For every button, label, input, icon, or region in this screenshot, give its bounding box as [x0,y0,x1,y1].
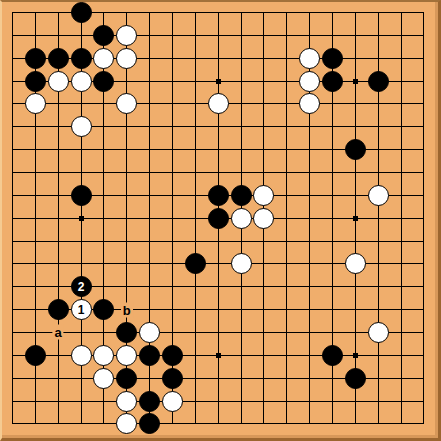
intersection [47,115,70,138]
intersection [24,252,47,275]
intersection [230,390,253,413]
intersection [115,184,138,207]
intersection [252,412,275,435]
intersection [184,161,207,184]
intersection [207,47,230,70]
intersection [115,1,138,24]
intersection [275,115,298,138]
intersection [70,184,93,207]
intersection [138,412,161,435]
intersection [367,92,390,115]
intersection [161,298,184,321]
intersection [367,207,390,230]
intersection [344,115,367,138]
intersection [70,24,93,47]
intersection [390,184,413,207]
intersection [115,115,138,138]
black-stone [93,71,114,92]
intersection [115,47,138,70]
intersection [207,321,230,344]
intersection [138,367,161,390]
intersection [207,298,230,321]
intersection [230,70,253,93]
intersection [115,207,138,230]
intersection [207,115,230,138]
intersection [24,390,47,413]
intersection [367,24,390,47]
intersection [47,24,70,47]
intersection [92,115,115,138]
intersection [252,367,275,390]
intersection [252,298,275,321]
intersection [1,70,24,93]
white-stone [299,48,320,69]
intersection [321,47,344,70]
intersection [367,1,390,24]
intersection [70,321,93,344]
intersection [184,138,207,161]
intersection [184,412,207,435]
intersection [92,344,115,367]
intersection [275,412,298,435]
intersection [207,24,230,47]
intersection [1,252,24,275]
black-stone [185,253,206,274]
intersection [390,344,413,367]
white-stone [299,93,320,114]
intersection [367,344,390,367]
intersection: b [115,298,138,321]
black-stone [208,185,229,206]
intersection [70,161,93,184]
intersection [298,115,321,138]
intersection [1,24,24,47]
black-stone [162,345,183,366]
intersection [412,1,435,24]
star-point [79,216,84,221]
intersection [298,321,321,344]
intersection [115,412,138,435]
intersection [1,161,24,184]
intersection [390,321,413,344]
black-stone [345,368,366,389]
intersection [252,321,275,344]
intersection [412,275,435,298]
intersection [92,275,115,298]
intersection [412,390,435,413]
intersection [184,184,207,207]
intersection [275,1,298,24]
intersection [138,24,161,47]
black-stone [345,139,366,160]
intersection [207,70,230,93]
intersection [344,47,367,70]
intersection [275,367,298,390]
intersection [184,47,207,70]
intersection [1,47,24,70]
intersection [252,390,275,413]
intersection [184,298,207,321]
intersection [390,47,413,70]
intersection [161,24,184,47]
intersection [184,92,207,115]
intersection [161,47,184,70]
intersection [24,115,47,138]
black-stone [71,48,92,69]
intersection [230,321,253,344]
intersection [344,92,367,115]
intersection [184,115,207,138]
intersection [161,70,184,93]
intersection [161,92,184,115]
intersection [275,24,298,47]
intersection [412,252,435,275]
intersection [390,92,413,115]
intersection [207,275,230,298]
intersection [24,230,47,253]
intersection [115,24,138,47]
intersection [275,344,298,367]
intersection [344,390,367,413]
intersection [161,412,184,435]
intersection [412,230,435,253]
intersection [298,412,321,435]
intersection [138,92,161,115]
intersection [367,184,390,207]
intersection [275,161,298,184]
intersection [344,344,367,367]
intersection [321,70,344,93]
intersection [321,298,344,321]
intersection [161,344,184,367]
intersection [92,367,115,390]
intersection [92,24,115,47]
intersection [138,184,161,207]
intersection [24,161,47,184]
intersection [24,184,47,207]
intersection [367,115,390,138]
intersection [92,230,115,253]
black-stone [139,345,160,366]
intersection [230,24,253,47]
intersection [207,412,230,435]
intersection [298,344,321,367]
intersection [230,138,253,161]
intersection [412,367,435,390]
intersection [344,1,367,24]
intersection [70,252,93,275]
black-stone [368,71,389,92]
intersection [321,275,344,298]
intersection [47,344,70,367]
intersection [390,70,413,93]
white-stone [253,208,274,229]
white-stone [116,391,137,412]
intersection [24,1,47,24]
white-stone [93,368,114,389]
intersection [24,92,47,115]
intersection [367,230,390,253]
intersection [115,390,138,413]
intersection [207,184,230,207]
intersection [275,138,298,161]
intersection [344,207,367,230]
intersection [138,390,161,413]
intersection [138,138,161,161]
intersection [344,24,367,47]
intersection [275,92,298,115]
white-stone [116,93,137,114]
intersection [92,390,115,413]
intersection [252,252,275,275]
intersection [321,24,344,47]
intersection [24,47,47,70]
intersection [92,1,115,24]
board-grid: 21ba [1,1,435,435]
intersection [275,321,298,344]
intersection [275,390,298,413]
intersection [1,115,24,138]
intersection [207,344,230,367]
intersection [412,161,435,184]
intersection [230,115,253,138]
intersection [47,207,70,230]
white-stone [253,185,274,206]
intersection [92,321,115,344]
intersection [298,1,321,24]
intersection [47,390,70,413]
black-stone [71,2,92,23]
star-point [216,353,221,358]
intersection [344,412,367,435]
intersection [275,275,298,298]
intersection [230,161,253,184]
intersection [298,207,321,230]
intersection [367,70,390,93]
white-stone [71,71,92,92]
intersection [184,344,207,367]
intersection [138,207,161,230]
intersection [161,321,184,344]
black-stone [208,208,229,229]
intersection [275,70,298,93]
intersection [24,24,47,47]
intersection [92,207,115,230]
intersection [184,275,207,298]
intersection [390,207,413,230]
intersection [115,275,138,298]
intersection [184,1,207,24]
intersection [321,367,344,390]
intersection [298,252,321,275]
intersection [47,252,70,275]
intersection [252,184,275,207]
intersection [115,92,138,115]
intersection [230,298,253,321]
intersection [412,321,435,344]
intersection [47,47,70,70]
intersection [230,367,253,390]
intersection [47,298,70,321]
intersection [1,138,24,161]
intersection [390,412,413,435]
intersection [321,344,344,367]
intersection [47,275,70,298]
intersection [1,412,24,435]
intersection [47,92,70,115]
intersection [1,321,24,344]
intersection [298,92,321,115]
intersection [184,70,207,93]
intersection [24,298,47,321]
white-stone [71,345,92,366]
intersection [390,24,413,47]
intersection [367,252,390,275]
intersection [321,138,344,161]
intersection [207,207,230,230]
intersection [367,47,390,70]
intersection [252,344,275,367]
intersection [47,161,70,184]
white-stone [162,391,183,412]
intersection [367,275,390,298]
intersection [70,1,93,24]
intersection [230,207,253,230]
black-stone [231,185,252,206]
white-stone [231,253,252,274]
intersection [344,161,367,184]
white-stone [48,71,69,92]
intersection [412,92,435,115]
intersection [92,161,115,184]
intersection [24,344,47,367]
intersection [321,184,344,207]
intersection [230,92,253,115]
intersection [298,275,321,298]
intersection [275,252,298,275]
black-stone [48,299,69,320]
intersection [1,230,24,253]
intersection [92,92,115,115]
intersection [344,298,367,321]
intersection [298,161,321,184]
intersection [230,252,253,275]
black-stone [93,299,114,320]
intersection [390,161,413,184]
intersection [92,298,115,321]
intersection [275,207,298,230]
intersection [138,321,161,344]
intersection [47,70,70,93]
black-stone [322,345,343,366]
intersection [298,367,321,390]
intersection [115,138,138,161]
intersection [390,1,413,24]
intersection [161,138,184,161]
star-point [353,353,358,358]
intersection [298,298,321,321]
intersection [252,24,275,47]
intersection [275,298,298,321]
intersection [24,70,47,93]
intersection [1,184,24,207]
intersection [1,344,24,367]
intersection [367,298,390,321]
intersection [344,138,367,161]
intersection [367,390,390,413]
intersection [207,367,230,390]
intersection [70,207,93,230]
intersection: 2 [70,275,93,298]
intersection [344,252,367,275]
intersection [207,230,230,253]
intersection [207,390,230,413]
intersection [115,344,138,367]
intersection [390,252,413,275]
intersection [230,412,253,435]
intersection [138,252,161,275]
intersection [230,1,253,24]
white-stone [345,253,366,274]
intersection [70,412,93,435]
intersection [390,298,413,321]
intersection [298,70,321,93]
intersection [207,252,230,275]
intersection [412,207,435,230]
white-stone [299,71,320,92]
white-stone-move-1: 1 [71,299,92,320]
intersection [252,115,275,138]
intersection [92,252,115,275]
intersection [321,1,344,24]
intersection [298,230,321,253]
intersection [138,1,161,24]
intersection [344,367,367,390]
intersection [412,138,435,161]
intersection [161,367,184,390]
intersection [138,298,161,321]
black-stone [322,48,343,69]
intersection [92,70,115,93]
intersection [92,412,115,435]
black-stone [162,368,183,389]
intersection [252,207,275,230]
intersection [321,161,344,184]
intersection [161,252,184,275]
intersection [47,230,70,253]
white-stone [116,48,137,69]
intersection [390,138,413,161]
intersection [367,321,390,344]
intersection [161,184,184,207]
intersection [184,252,207,275]
intersection [230,275,253,298]
intersection [252,47,275,70]
intersection [230,184,253,207]
intersection [367,367,390,390]
intersection [412,412,435,435]
intersection [298,47,321,70]
intersection [47,367,70,390]
intersection [70,47,93,70]
white-stone [139,322,160,343]
intersection [252,275,275,298]
intersection [184,230,207,253]
black-stone [93,25,114,46]
intersection [390,115,413,138]
intersection [1,367,24,390]
intersection [230,230,253,253]
